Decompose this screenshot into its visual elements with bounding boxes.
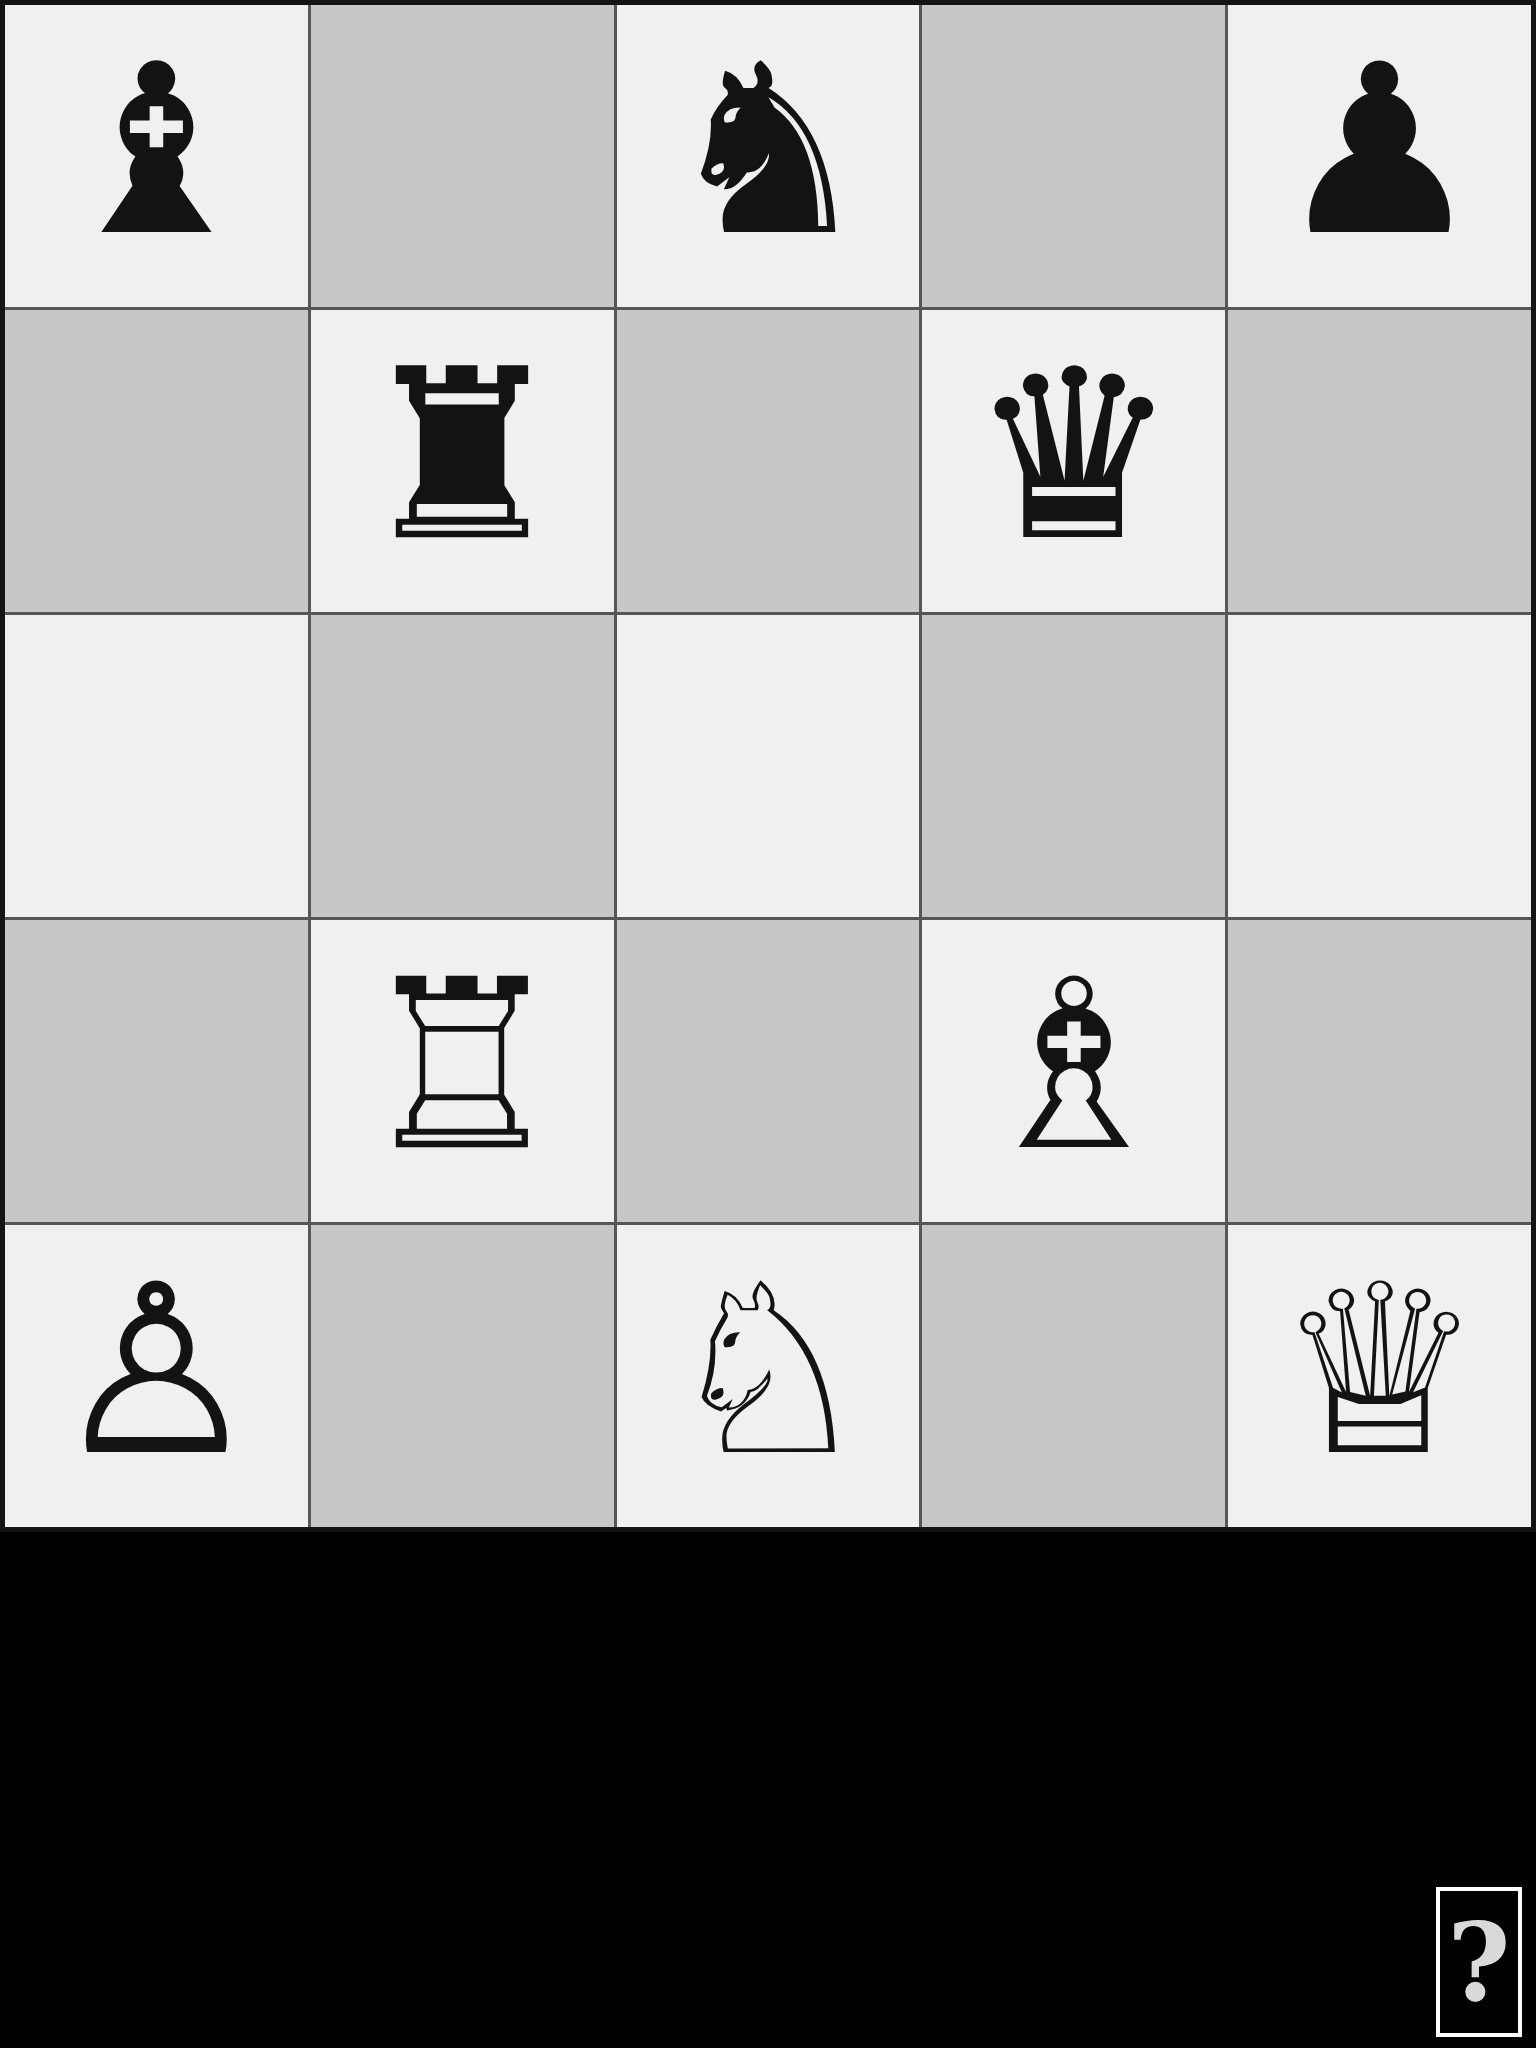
bottom-panel: ? <box>0 1532 1536 2048</box>
square-r2c3[interactable] <box>617 310 920 612</box>
square-r1c3[interactable]: ♞ <box>617 5 920 307</box>
white-queen-icon: ♕ <box>1274 1253 1485 1488</box>
square-r3c3[interactable] <box>617 615 920 917</box>
white-rook-icon: ♖ <box>357 948 568 1183</box>
white-knight-icon: ♘ <box>663 1253 874 1488</box>
square-r1c5[interactable]: ♟ <box>1228 5 1531 307</box>
black-rook-icon: ♜ <box>357 338 568 573</box>
black-pawn-icon: ♟ <box>1274 33 1485 268</box>
square-r3c1[interactable] <box>5 615 308 917</box>
black-bishop-icon: ♝ <box>51 33 262 268</box>
square-r1c2[interactable] <box>311 5 614 307</box>
square-r2c4[interactable]: ♛ <box>922 310 1225 612</box>
square-r2c2[interactable]: ♜ <box>311 310 614 612</box>
square-r3c2[interactable] <box>311 615 614 917</box>
square-r5c2[interactable] <box>311 1225 614 1527</box>
square-r1c1[interactable]: ♝ <box>5 5 308 307</box>
square-r4c4[interactable]: ♗ <box>922 920 1225 1222</box>
square-r4c5[interactable] <box>1228 920 1531 1222</box>
square-r5c1[interactable]: ♙ <box>5 1225 308 1527</box>
help-button-label: ? <box>1447 1908 1510 2016</box>
square-r3c4[interactable] <box>922 615 1225 917</box>
square-r5c5[interactable]: ♕ <box>1228 1225 1531 1527</box>
square-r2c1[interactable] <box>5 310 308 612</box>
square-r4c1[interactable] <box>5 920 308 1222</box>
white-bishop-icon: ♗ <box>968 948 1179 1183</box>
black-knight-icon: ♞ <box>663 33 874 268</box>
square-r2c5[interactable] <box>1228 310 1531 612</box>
square-r4c3[interactable] <box>617 920 920 1222</box>
square-r5c3[interactable]: ♘ <box>617 1225 920 1527</box>
square-r4c2[interactable]: ♖ <box>311 920 614 1222</box>
chess-board: ♝♞♟♜♛♖♗♙♘♕ <box>0 0 1536 1532</box>
square-r5c4[interactable] <box>922 1225 1225 1527</box>
square-r1c4[interactable] <box>922 5 1225 307</box>
app-canvas: ♝♞♟♜♛♖♗♙♘♕ ? <box>0 0 1536 2048</box>
square-r3c5[interactable] <box>1228 615 1531 917</box>
black-queen-icon: ♛ <box>968 338 1179 573</box>
white-pawn-icon: ♙ <box>51 1253 262 1488</box>
help-button[interactable]: ? <box>1436 1887 1522 2037</box>
